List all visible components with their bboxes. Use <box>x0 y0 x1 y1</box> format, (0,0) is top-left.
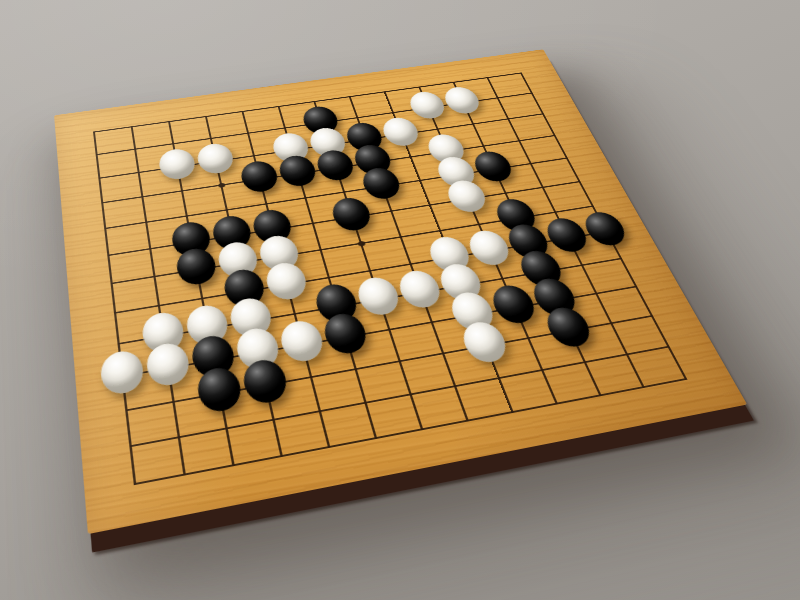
stone-white <box>195 142 236 176</box>
stone-white <box>440 85 483 115</box>
go-board <box>54 49 747 534</box>
stone-black <box>238 159 280 194</box>
stones-layer <box>54 49 543 115</box>
stone-black <box>487 283 540 326</box>
stone-white <box>277 318 327 364</box>
stone-white <box>379 116 422 148</box>
stone-white <box>464 228 514 268</box>
stone-black <box>470 149 517 183</box>
stone-black <box>579 210 631 248</box>
photo-scene <box>0 0 800 600</box>
stone-white <box>354 275 404 318</box>
stone-black <box>329 196 375 233</box>
stone-white <box>99 348 145 397</box>
star-point <box>357 240 366 246</box>
stone-white <box>395 268 445 310</box>
stone-white <box>157 147 197 181</box>
stone-white <box>406 90 449 121</box>
star-point <box>217 182 225 187</box>
grid-line-vertical <box>93 131 136 485</box>
